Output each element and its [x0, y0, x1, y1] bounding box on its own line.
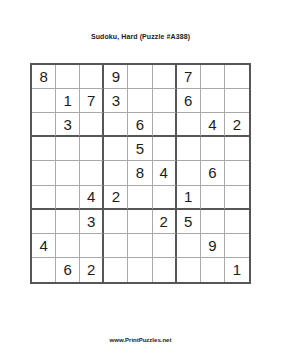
cell-r4c1[interactable] [32, 137, 56, 161]
cell-r3c4[interactable] [104, 113, 128, 137]
cell-r2c4[interactable]: 3 [104, 89, 128, 113]
cell-r8c4[interactable] [104, 234, 128, 258]
cell-r2c7[interactable]: 6 [177, 89, 201, 113]
cell-r3c2[interactable]: 3 [56, 113, 80, 137]
cell-r7c4[interactable] [104, 210, 128, 234]
cell-r2c3[interactable]: 7 [80, 89, 104, 113]
cell-r3c5[interactable]: 6 [128, 113, 152, 137]
cell-r8c7[interactable] [177, 234, 201, 258]
cell-r8c5[interactable] [128, 234, 152, 258]
cell-r5c6[interactable]: 4 [153, 161, 177, 185]
cell-r6c3[interactable]: 4 [80, 186, 104, 210]
cell-r3c1[interactable] [32, 113, 56, 137]
cell-r7c5[interactable] [128, 210, 152, 234]
cell-r4c4[interactable] [104, 137, 128, 161]
cell-r2c5[interactable] [128, 89, 152, 113]
cell-r9c7[interactable] [177, 258, 201, 282]
cell-r2c6[interactable] [153, 89, 177, 113]
page-title: Sudoku, Hard (Puzzle #A388) [0, 33, 281, 40]
cell-r9c3[interactable]: 2 [80, 258, 104, 282]
cell-r7c3[interactable]: 3 [80, 210, 104, 234]
cell-r3c8[interactable]: 4 [201, 113, 225, 137]
footer-url: www.PrintPuzzles.net [0, 337, 281, 343]
cell-r8c9[interactable] [225, 234, 249, 258]
cell-r9c9[interactable]: 1 [225, 258, 249, 282]
cell-r5c9[interactable] [225, 161, 249, 185]
cell-r2c2[interactable]: 1 [56, 89, 80, 113]
cell-r8c2[interactable] [56, 234, 80, 258]
cell-r4c9[interactable] [225, 137, 249, 161]
sudoku-grid: 89717363642584642132549621 [30, 63, 251, 284]
cell-r8c8[interactable]: 9 [201, 234, 225, 258]
cell-r7c8[interactable] [201, 210, 225, 234]
cell-r6c2[interactable] [56, 186, 80, 210]
cell-r9c6[interactable] [153, 258, 177, 282]
cell-r5c5[interactable]: 8 [128, 161, 152, 185]
cell-r9c8[interactable] [201, 258, 225, 282]
cell-r6c7[interactable]: 1 [177, 186, 201, 210]
cell-r4c3[interactable] [80, 137, 104, 161]
cell-r7c9[interactable] [225, 210, 249, 234]
cell-r7c2[interactable] [56, 210, 80, 234]
cell-r5c8[interactable]: 6 [201, 161, 225, 185]
cell-r3c3[interactable] [80, 113, 104, 137]
cell-r5c1[interactable] [32, 161, 56, 185]
cell-r1c3[interactable] [80, 65, 104, 89]
cell-r4c8[interactable] [201, 137, 225, 161]
cell-r5c7[interactable] [177, 161, 201, 185]
cell-r1c5[interactable] [128, 65, 152, 89]
cell-r5c2[interactable] [56, 161, 80, 185]
cell-r9c5[interactable] [128, 258, 152, 282]
cell-r1c4[interactable]: 9 [104, 65, 128, 89]
cell-r7c1[interactable] [32, 210, 56, 234]
cell-r1c6[interactable] [153, 65, 177, 89]
cell-r1c8[interactable] [201, 65, 225, 89]
cell-r6c6[interactable] [153, 186, 177, 210]
cell-r6c5[interactable] [128, 186, 152, 210]
cell-r1c9[interactable] [225, 65, 249, 89]
cell-r9c1[interactable] [32, 258, 56, 282]
cell-r3c7[interactable] [177, 113, 201, 137]
cell-r6c8[interactable] [201, 186, 225, 210]
cell-r6c9[interactable] [225, 186, 249, 210]
cell-r9c4[interactable] [104, 258, 128, 282]
cell-r1c7[interactable]: 7 [177, 65, 201, 89]
cell-r1c1[interactable]: 8 [32, 65, 56, 89]
cell-r3c6[interactable] [153, 113, 177, 137]
cell-r1c2[interactable] [56, 65, 80, 89]
cell-r8c3[interactable] [80, 234, 104, 258]
cell-r4c2[interactable] [56, 137, 80, 161]
cell-r8c1[interactable]: 4 [32, 234, 56, 258]
cell-r4c6[interactable] [153, 137, 177, 161]
cell-r2c8[interactable] [201, 89, 225, 113]
cell-r8c6[interactable] [153, 234, 177, 258]
cell-r6c4[interactable]: 2 [104, 186, 128, 210]
cell-r7c6[interactable]: 2 [153, 210, 177, 234]
cell-r4c5[interactable]: 5 [128, 137, 152, 161]
cell-r2c1[interactable] [32, 89, 56, 113]
cell-r2c9[interactable] [225, 89, 249, 113]
cell-r6c1[interactable] [32, 186, 56, 210]
cell-r7c7[interactable]: 5 [177, 210, 201, 234]
sudoku-page: Sudoku, Hard (Puzzle #A388) 897173636425… [0, 0, 281, 363]
cell-r5c4[interactable] [104, 161, 128, 185]
cell-r9c2[interactable]: 6 [56, 258, 80, 282]
cell-r3c9[interactable]: 2 [225, 113, 249, 137]
cell-r4c7[interactable] [177, 137, 201, 161]
cell-r5c3[interactable] [80, 161, 104, 185]
